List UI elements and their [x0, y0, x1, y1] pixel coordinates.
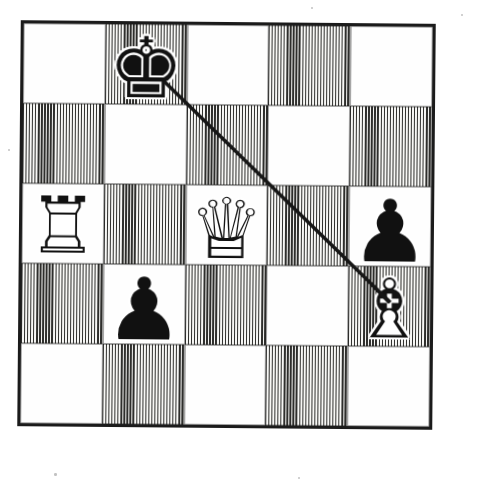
attack-line-tip: [20, 23, 432, 427]
scan-speck: [8, 149, 10, 151]
scan-speck: [461, 14, 463, 16]
chess-board: ♚♚♜♖♛♕♟♟♟♟♝♗: [17, 20, 436, 430]
scan-speck: [311, 7, 313, 9]
scan-speck: [54, 473, 57, 476]
scan-speck: [298, 477, 300, 479]
scanned-diagram-page: ♚♚♜♖♛♕♟♟♟♟♝♗: [0, 0, 480, 486]
